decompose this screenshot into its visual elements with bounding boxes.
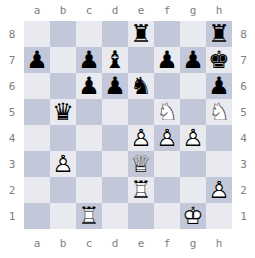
piece-black-pawn: ♟ <box>154 47 180 73</box>
square-e6[interactable]: ♞ <box>128 73 154 99</box>
piece-glyph-outline: ♙ <box>206 177 232 203</box>
piece-glyph-outline: ♙ <box>50 151 76 177</box>
square-d3[interactable] <box>102 151 128 177</box>
square-b2[interactable] <box>50 177 76 203</box>
file-label-a-bottom: a <box>24 229 50 258</box>
square-f1[interactable] <box>154 203 180 229</box>
square-a1[interactable] <box>24 203 50 229</box>
square-e4[interactable]: ♟♙ <box>128 125 154 151</box>
piece-white-pawn: ♟♙ <box>128 125 154 151</box>
file-label-e-bottom: e <box>128 229 154 258</box>
rank-label-7-left: 7 <box>0 47 24 73</box>
chess-diagram: abcdefgh8♜♜87♟♟♝♟♟♚76♟♟♞♟65♛♞♘♞♘54♟♙♟♙♟♙… <box>0 0 255 258</box>
square-c3[interactable] <box>76 151 102 177</box>
piece-black-knight: ♞ <box>128 73 154 99</box>
piece-white-pawn: ♟♙ <box>180 125 206 151</box>
square-d8[interactable] <box>102 21 128 47</box>
square-h1[interactable] <box>206 203 232 229</box>
rank-label-6-right: 6 <box>232 73 255 99</box>
square-h6[interactable]: ♟ <box>206 73 232 99</box>
square-f6[interactable] <box>154 73 180 99</box>
square-c6[interactable]: ♟ <box>76 73 102 99</box>
square-d4[interactable] <box>102 125 128 151</box>
square-f5[interactable]: ♞♘ <box>154 99 180 125</box>
square-c7[interactable]: ♟ <box>76 47 102 73</box>
square-g5[interactable] <box>180 99 206 125</box>
rank-label-8-left: 8 <box>0 21 24 47</box>
square-c1[interactable]: ♜♖ <box>76 203 102 229</box>
file-label-b-bottom: b <box>50 229 76 258</box>
square-f8[interactable] <box>154 21 180 47</box>
square-e7[interactable] <box>128 47 154 73</box>
square-d1[interactable] <box>102 203 128 229</box>
piece-black-rook: ♜ <box>128 21 154 47</box>
piece-glyph-outline: ♕ <box>128 151 154 177</box>
file-label-g-bottom: g <box>180 229 206 258</box>
piece-glyph-outline: ♘ <box>154 99 180 125</box>
file-label-e-top: e <box>128 0 154 21</box>
piece-black-king: ♚ <box>206 47 232 73</box>
file-label-d-top: d <box>102 0 128 21</box>
square-e3[interactable]: ♛♕ <box>128 151 154 177</box>
rank-label-5-right: 5 <box>232 99 255 125</box>
square-e5[interactable] <box>128 99 154 125</box>
square-g3[interactable] <box>180 151 206 177</box>
square-g8[interactable] <box>180 21 206 47</box>
square-a4[interactable] <box>24 125 50 151</box>
rank-label-6-left: 6 <box>0 73 24 99</box>
square-b6[interactable] <box>50 73 76 99</box>
piece-white-rook: ♜♖ <box>76 203 102 229</box>
square-g4[interactable]: ♟♙ <box>180 125 206 151</box>
file-label-g-top: g <box>180 0 206 21</box>
piece-black-pawn: ♟ <box>76 73 102 99</box>
square-e2[interactable]: ♜♖ <box>128 177 154 203</box>
square-c2[interactable] <box>76 177 102 203</box>
square-a6[interactable] <box>24 73 50 99</box>
piece-white-king: ♚♔ <box>180 203 206 229</box>
piece-black-pawn: ♟ <box>206 73 232 99</box>
square-d2[interactable] <box>102 177 128 203</box>
board-corner <box>0 229 24 258</box>
square-b5[interactable]: ♛ <box>50 99 76 125</box>
file-label-c-bottom: c <box>76 229 102 258</box>
rank-label-4-left: 4 <box>0 125 24 151</box>
piece-black-pawn: ♟ <box>76 47 102 73</box>
square-c4[interactable] <box>76 125 102 151</box>
square-d7[interactable]: ♝ <box>102 47 128 73</box>
square-b8[interactable] <box>50 21 76 47</box>
square-f2[interactable] <box>154 177 180 203</box>
piece-glyph-outline: ♖ <box>128 177 154 203</box>
square-h4[interactable] <box>206 125 232 151</box>
square-e1[interactable] <box>128 203 154 229</box>
piece-white-knight: ♞♘ <box>154 99 180 125</box>
square-f7[interactable]: ♟ <box>154 47 180 73</box>
square-a7[interactable]: ♟ <box>24 47 50 73</box>
square-h8[interactable]: ♜ <box>206 21 232 47</box>
piece-black-pawn: ♟ <box>180 47 206 73</box>
square-b4[interactable] <box>50 125 76 151</box>
square-c8[interactable] <box>76 21 102 47</box>
piece-black-bishop: ♝ <box>102 47 128 73</box>
square-h7[interactable]: ♚ <box>206 47 232 73</box>
piece-glyph-outline: ♖ <box>76 203 102 229</box>
file-label-f-top: f <box>154 0 180 21</box>
rank-label-5-left: 5 <box>0 99 24 125</box>
square-b1[interactable] <box>50 203 76 229</box>
rank-label-3-right: 3 <box>232 151 255 177</box>
piece-glyph-outline: ♔ <box>180 203 206 229</box>
square-g7[interactable]: ♟ <box>180 47 206 73</box>
rank-label-1-right: 1 <box>232 203 255 229</box>
piece-white-pawn: ♟♙ <box>154 125 180 151</box>
piece-white-pawn: ♟♙ <box>206 177 232 203</box>
file-label-a-top: a <box>24 0 50 21</box>
board-corner <box>232 0 255 21</box>
piece-white-queen: ♛♕ <box>128 151 154 177</box>
square-h5[interactable]: ♞♘ <box>206 99 232 125</box>
piece-white-knight: ♞♘ <box>206 99 232 125</box>
rank-label-2-left: 2 <box>0 177 24 203</box>
piece-black-rook: ♜ <box>206 21 232 47</box>
file-label-f-bottom: f <box>154 229 180 258</box>
piece-black-pawn: ♟ <box>102 73 128 99</box>
piece-glyph-outline: ♙ <box>128 125 154 151</box>
square-d5[interactable] <box>102 99 128 125</box>
file-label-b-top: b <box>50 0 76 21</box>
rank-label-8-right: 8 <box>232 21 255 47</box>
square-f3[interactable] <box>154 151 180 177</box>
rank-label-7-right: 7 <box>232 47 255 73</box>
square-a2[interactable] <box>24 177 50 203</box>
piece-black-queen: ♛ <box>50 99 76 125</box>
square-c5[interactable] <box>76 99 102 125</box>
board-corner <box>0 0 24 21</box>
piece-glyph-outline: ♙ <box>180 125 206 151</box>
file-label-h-bottom: h <box>206 229 232 258</box>
square-g6[interactable] <box>180 73 206 99</box>
file-label-d-bottom: d <box>102 229 128 258</box>
square-b7[interactable] <box>50 47 76 73</box>
square-a8[interactable] <box>24 21 50 47</box>
file-label-h-top: h <box>206 0 232 21</box>
square-g2[interactable] <box>180 177 206 203</box>
square-f4[interactable]: ♟♙ <box>154 125 180 151</box>
square-d6[interactable]: ♟ <box>102 73 128 99</box>
piece-glyph-outline: ♘ <box>206 99 232 125</box>
piece-glyph-outline: ♙ <box>154 125 180 151</box>
square-h2[interactable]: ♟♙ <box>206 177 232 203</box>
board-corner <box>232 229 255 258</box>
piece-white-rook: ♜♖ <box>128 177 154 203</box>
square-g1[interactable]: ♚♔ <box>180 203 206 229</box>
rank-label-2-right: 2 <box>232 177 255 203</box>
square-e8[interactable]: ♜ <box>128 21 154 47</box>
rank-label-4-right: 4 <box>232 125 255 151</box>
square-b3[interactable]: ♟♙ <box>50 151 76 177</box>
piece-black-pawn: ♟ <box>24 47 50 73</box>
file-label-c-top: c <box>76 0 102 21</box>
piece-white-pawn: ♟♙ <box>50 151 76 177</box>
square-a5[interactable] <box>24 99 50 125</box>
rank-label-1-left: 1 <box>0 203 24 229</box>
square-h3[interactable] <box>206 151 232 177</box>
square-a3[interactable] <box>24 151 50 177</box>
rank-label-3-left: 3 <box>0 151 24 177</box>
